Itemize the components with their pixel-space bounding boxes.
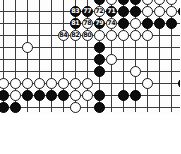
black-stone — [46, 90, 58, 102]
white-stone — [130, 66, 142, 78]
white-stone — [142, 6, 154, 18]
board-cell[interactable] — [118, 90, 130, 102]
black-stone — [118, 0, 130, 5]
board-cell[interactable] — [142, 18, 154, 30]
go-board[interactable]: 8377727181787974848280 — [0, 0, 180, 115]
board-cell[interactable] — [142, 30, 154, 42]
black-stone — [22, 90, 34, 102]
board-cell[interactable] — [46, 90, 58, 102]
move-number: 81 — [71, 20, 79, 26]
board-cell[interactable] — [58, 90, 70, 102]
white-stone — [82, 78, 94, 90]
board-cell[interactable] — [10, 102, 22, 114]
board-cell[interactable]: 80 — [82, 30, 94, 42]
board-cell[interactable] — [94, 54, 106, 66]
black-stone — [166, 18, 178, 30]
move-number: 84 — [59, 32, 67, 38]
board-cell[interactable] — [0, 102, 10, 114]
white-stone — [166, 6, 178, 18]
white-stone-move-72: 72 — [94, 6, 106, 18]
black-stone-move-77: 77 — [82, 6, 94, 18]
white-stone — [118, 30, 130, 42]
board-cell[interactable] — [178, 78, 181, 90]
board-cell[interactable] — [94, 90, 106, 102]
board-cell[interactable]: 78 — [82, 18, 94, 30]
black-stone-move-71: 71 — [106, 6, 118, 18]
board-cell[interactable] — [130, 30, 142, 42]
white-stone — [70, 90, 82, 102]
white-stone — [154, 6, 166, 18]
board-cell[interactable]: 72 — [94, 6, 106, 18]
black-stone — [94, 42, 106, 54]
board-cell[interactable] — [34, 90, 46, 102]
black-stone — [178, 6, 180, 18]
move-number: 78 — [83, 20, 91, 26]
white-stone — [34, 78, 46, 90]
white-stone — [130, 30, 142, 42]
board-cell[interactable] — [130, 18, 142, 30]
board-cell[interactable]: 71 — [106, 6, 118, 18]
white-stone — [166, 0, 178, 5]
white-stone-move-84: 84 — [58, 30, 70, 42]
board-cell[interactable]: 82 — [70, 30, 82, 42]
black-stone — [130, 90, 142, 102]
white-stone-move-78: 78 — [82, 18, 94, 30]
move-number: 71 — [107, 8, 115, 14]
board-cell[interactable] — [178, 6, 181, 18]
board-cell[interactable] — [106, 54, 118, 66]
board-cell[interactable] — [118, 30, 130, 42]
white-stone — [70, 102, 82, 114]
board-cell[interactable] — [70, 90, 82, 102]
board-cell[interactable] — [166, 18, 178, 30]
board-cell[interactable]: 83 — [70, 6, 82, 18]
board-cell[interactable] — [94, 102, 106, 114]
white-stone — [10, 78, 22, 90]
board-cell[interactable] — [22, 42, 34, 54]
white-stone — [22, 42, 34, 54]
black-stone — [0, 102, 9, 114]
board-cell[interactable] — [130, 6, 142, 18]
board-cell[interactable] — [34, 78, 46, 90]
black-stone — [94, 0, 106, 5]
move-number: 72 — [95, 8, 103, 14]
black-stone-move-79: 79 — [94, 18, 106, 30]
black-stone — [118, 18, 130, 30]
board-cell[interactable] — [0, 90, 10, 102]
white-stone — [82, 90, 94, 102]
black-stone — [34, 90, 46, 102]
move-number: 80 — [83, 32, 91, 38]
white-stone — [130, 18, 142, 30]
board-cell[interactable] — [130, 66, 142, 78]
board-cell[interactable] — [94, 66, 106, 78]
white-stone — [154, 0, 166, 5]
black-stone — [118, 6, 130, 18]
white-stone — [142, 0, 154, 5]
board-cell[interactable] — [10, 78, 22, 90]
stone-layer: 8377727181787974848280 — [0, 0, 180, 114]
board-cell[interactable]: 77 — [82, 6, 94, 18]
board-cell[interactable] — [58, 78, 70, 90]
black-stone — [142, 18, 154, 30]
white-stone — [22, 78, 34, 90]
board-cell[interactable]: 81 — [70, 18, 82, 30]
black-stone — [94, 102, 106, 114]
move-number: 74 — [107, 20, 115, 26]
white-stone-move-82: 82 — [70, 30, 82, 42]
black-stone — [94, 66, 106, 78]
black-stone — [130, 0, 142, 5]
white-stone — [94, 30, 106, 42]
black-stone — [178, 78, 180, 90]
black-stone — [118, 90, 130, 102]
board-cell[interactable] — [10, 90, 22, 102]
board-cell[interactable] — [46, 78, 58, 90]
black-stone — [58, 90, 70, 102]
board-cell[interactable] — [94, 42, 106, 54]
board-cell[interactable] — [142, 78, 154, 90]
board-cell[interactable] — [142, 6, 154, 18]
white-stone — [142, 78, 154, 90]
board-cell[interactable] — [94, 30, 106, 42]
white-stone — [106, 54, 118, 66]
board-cell[interactable] — [118, 6, 130, 18]
white-stone — [142, 30, 154, 42]
move-number: 79 — [95, 20, 103, 26]
black-stone-move-81: 81 — [70, 18, 82, 30]
board-cell[interactable]: 79 — [94, 18, 106, 30]
board-cell[interactable] — [82, 90, 94, 102]
white-stone — [0, 78, 9, 90]
board-cell[interactable] — [118, 18, 130, 30]
board-cell[interactable] — [106, 30, 118, 42]
black-stone — [0, 90, 9, 102]
white-stone — [46, 78, 58, 90]
white-stone — [58, 78, 70, 90]
board-cell[interactable]: 84 — [58, 30, 70, 42]
black-stone — [94, 90, 106, 102]
black-stone — [94, 54, 106, 66]
black-stone — [154, 18, 166, 30]
board-cell[interactable] — [22, 90, 34, 102]
white-stone-move-80: 80 — [82, 30, 94, 42]
white-stone — [10, 90, 22, 102]
go-diagram-screenshot: 8377727181787974848280 — [0, 0, 180, 154]
white-stone — [70, 78, 82, 90]
white-stone-move-74: 74 — [106, 18, 118, 30]
move-number: 77 — [83, 8, 91, 14]
white-stone — [106, 0, 118, 5]
board-cell[interactable] — [166, 6, 178, 18]
white-stone — [106, 30, 118, 42]
board-cell[interactable] — [0, 78, 10, 90]
bottom-margin — [0, 115, 180, 154]
board-cell[interactable] — [130, 90, 142, 102]
black-stone — [10, 102, 22, 114]
board-cell[interactable] — [154, 6, 166, 18]
board-cell[interactable] — [22, 78, 34, 90]
board-cell[interactable] — [154, 18, 166, 30]
board-cell[interactable] — [82, 78, 94, 90]
black-stone-move-83: 83 — [70, 6, 82, 18]
black-stone — [130, 6, 142, 18]
move-number: 83 — [71, 8, 79, 14]
board-cell[interactable] — [70, 102, 82, 114]
board-cell[interactable]: 74 — [106, 18, 118, 30]
move-number: 82 — [71, 32, 79, 38]
board-cell[interactable] — [70, 78, 82, 90]
